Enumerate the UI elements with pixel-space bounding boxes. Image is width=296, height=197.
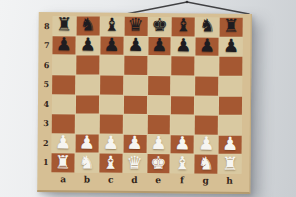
hook-nail [186,1,189,4]
piece-white-pawn[interactable]: ♟ [198,135,214,153]
square-h5[interactable] [219,77,242,96]
piece-black-knight[interactable]: ♞ [80,16,96,34]
piece-black-pawn[interactable]: ♟ [127,36,143,54]
piece-black-pawn[interactable]: ♟ [223,37,239,55]
piece-white-pawn[interactable]: ♟ [174,134,190,152]
rank-labels: 87654321 [37,16,52,172]
square-g5[interactable] [195,76,218,95]
piece-white-rook[interactable]: ♜ [222,154,238,172]
square-b5[interactable] [76,75,99,94]
square-d4[interactable] [124,95,147,114]
file-label-a: a [51,170,75,190]
piece-white-pawn[interactable]: ♟ [222,135,238,153]
piece-black-bishop[interactable]: ♝ [175,17,191,35]
square-a6[interactable] [52,55,75,74]
rank-label-6: 6 [38,55,52,75]
square-h7[interactable]: ♟ [220,37,243,56]
rank-label-4: 4 [38,94,52,114]
piece-black-pawn[interactable]: ♟ [199,36,215,54]
piece-white-pawn[interactable]: ♟ [150,134,166,152]
piece-white-king[interactable]: ♚ [150,154,166,172]
square-h6[interactable] [219,57,242,76]
square-e7[interactable]: ♟ [148,37,171,56]
square-b4[interactable] [76,95,99,114]
square-b6[interactable] [76,56,99,75]
piece-white-queen[interactable]: ♛ [126,154,142,172]
square-f6[interactable] [172,56,195,75]
demo-chess-board: 87654321 ♜♞♝♛♚♝♞♜♟♟♟♟♟♟♟♟♟♟♟♟♟♟♟♟♜♞♝♛♚♝♞… [37,12,252,194]
square-a5[interactable] [52,75,75,94]
rank-label-5: 5 [38,75,52,95]
rank-label-1: 1 [37,153,51,173]
piece-white-pawn[interactable]: ♟ [127,134,143,152]
file-label-g: g [194,171,218,191]
file-label-f: f [170,171,194,191]
square-f5[interactable] [171,76,194,95]
square-e6[interactable] [148,56,171,75]
rank-label-3: 3 [38,114,52,134]
file-label-d: d [122,171,146,191]
piece-black-bishop[interactable]: ♝ [104,16,120,34]
square-g6[interactable] [195,57,218,76]
square-c5[interactable] [100,75,123,94]
file-label-c: c [99,171,123,191]
square-c7[interactable]: ♟ [100,36,123,55]
piece-white-rook[interactable]: ♜ [55,153,71,171]
piece-black-rook[interactable]: ♜ [56,16,72,34]
piece-black-rook[interactable]: ♜ [223,17,239,35]
square-h4[interactable] [219,96,242,115]
square-a4[interactable] [52,95,75,114]
square-e4[interactable] [147,96,170,115]
piece-white-bishop[interactable]: ♝ [174,154,190,172]
file-labels: abcdefgh [51,170,241,192]
square-e5[interactable] [148,76,171,95]
piece-white-bishop[interactable]: ♝ [103,153,119,171]
rank-label-7: 7 [38,36,52,56]
file-label-e: e [146,171,170,191]
square-c6[interactable] [100,56,123,75]
square-f4[interactable] [171,96,194,115]
piece-white-pawn[interactable]: ♟ [55,133,71,151]
square-g7[interactable]: ♟ [196,37,219,56]
square-a7[interactable]: ♟ [52,36,75,55]
square-d6[interactable] [124,56,147,75]
square-c4[interactable] [100,95,123,114]
piece-white-knight[interactable]: ♞ [79,153,95,171]
piece-black-pawn[interactable]: ♟ [151,36,167,54]
piece-black-pawn[interactable]: ♟ [104,36,120,54]
piece-black-pawn[interactable]: ♟ [175,36,191,54]
rank-label-2: 2 [38,133,52,153]
piece-black-pawn[interactable]: ♟ [56,35,72,53]
rank-label-8: 8 [39,16,53,36]
piece-white-knight[interactable]: ♞ [198,154,214,172]
piece-white-pawn[interactable]: ♟ [103,134,119,152]
square-d5[interactable] [124,76,147,95]
square-f7[interactable]: ♟ [172,37,195,56]
piece-black-king[interactable]: ♚ [151,16,167,34]
piece-white-pawn[interactable]: ♟ [79,133,95,151]
board-grid: ♜♞♝♛♚♝♞♜♟♟♟♟♟♟♟♟♟♟♟♟♟♟♟♟♜♞♝♛♚♝♞♜ [51,16,242,174]
piece-black-pawn[interactable]: ♟ [80,35,96,53]
square-g4[interactable] [195,96,218,115]
square-b7[interactable]: ♟ [76,36,99,55]
file-label-b: b [75,170,99,190]
piece-black-queen[interactable]: ♛ [128,16,144,34]
piece-black-knight[interactable]: ♞ [199,17,215,35]
file-label-h: h [217,172,241,192]
wall-background: 87654321 ♜♞♝♛♚♝♞♜♟♟♟♟♟♟♟♟♟♟♟♟♟♟♟♟♜♞♝♛♚♝♞… [0,0,296,197]
square-d7[interactable]: ♟ [124,36,147,55]
